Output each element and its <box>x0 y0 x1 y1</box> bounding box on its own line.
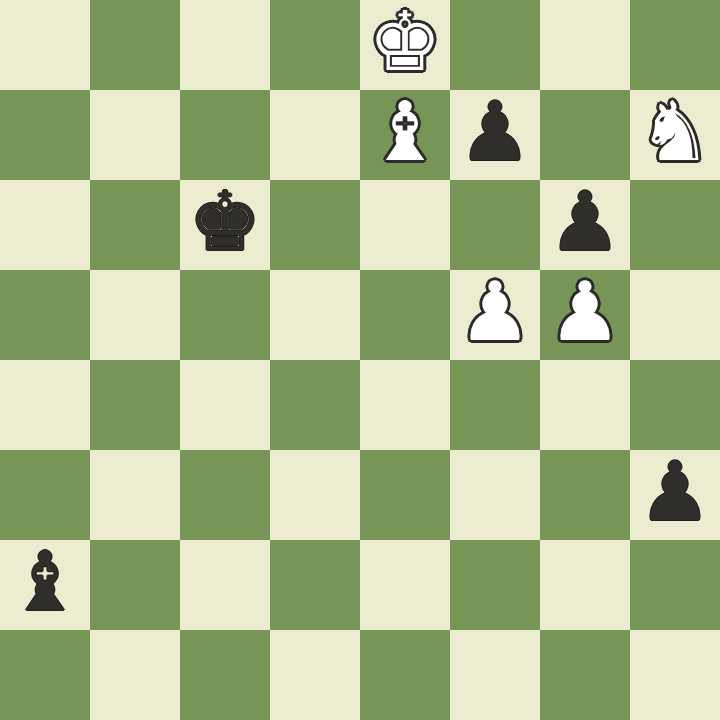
square-b1[interactable] <box>90 630 180 720</box>
square-d1[interactable] <box>270 630 360 720</box>
square-f8[interactable] <box>450 0 540 90</box>
square-f7[interactable]: ♟ <box>450 90 540 180</box>
square-c6[interactable]: ♚ <box>180 180 270 270</box>
square-g5[interactable]: ♟ <box>540 270 630 360</box>
square-h4[interactable] <box>630 360 720 450</box>
square-h3[interactable]: ♟ <box>630 450 720 540</box>
piece-black-pawn[interactable]: ♟ <box>548 181 622 263</box>
square-d5[interactable] <box>270 270 360 360</box>
square-f2[interactable] <box>450 540 540 630</box>
square-e1[interactable] <box>360 630 450 720</box>
square-d3[interactable] <box>270 450 360 540</box>
piece-white-king[interactable]: ♚ <box>368 1 442 83</box>
square-a7[interactable] <box>0 90 90 180</box>
square-d7[interactable] <box>270 90 360 180</box>
square-d6[interactable] <box>270 180 360 270</box>
square-c7[interactable] <box>180 90 270 180</box>
square-f4[interactable] <box>450 360 540 450</box>
square-b8[interactable] <box>90 0 180 90</box>
square-e4[interactable] <box>360 360 450 450</box>
piece-black-king[interactable]: ♚ <box>188 181 262 263</box>
square-h8[interactable] <box>630 0 720 90</box>
square-h1[interactable] <box>630 630 720 720</box>
piece-black-bishop[interactable]: ♝ <box>8 541 82 623</box>
piece-white-pawn[interactable]: ♟ <box>548 271 622 353</box>
square-g6[interactable]: ♟ <box>540 180 630 270</box>
chess-board: ♚♝♟♞♚♟♟♟♟♝ <box>0 0 720 720</box>
square-g8[interactable] <box>540 0 630 90</box>
square-b5[interactable] <box>90 270 180 360</box>
piece-black-pawn[interactable]: ♟ <box>638 451 712 533</box>
square-b6[interactable] <box>90 180 180 270</box>
square-h7[interactable]: ♞ <box>630 90 720 180</box>
square-h5[interactable] <box>630 270 720 360</box>
square-g3[interactable] <box>540 450 630 540</box>
square-g7[interactable] <box>540 90 630 180</box>
square-b3[interactable] <box>90 450 180 540</box>
square-f1[interactable] <box>450 630 540 720</box>
square-e7[interactable]: ♝ <box>360 90 450 180</box>
square-b4[interactable] <box>90 360 180 450</box>
square-d2[interactable] <box>270 540 360 630</box>
square-c1[interactable] <box>180 630 270 720</box>
square-e6[interactable] <box>360 180 450 270</box>
piece-black-pawn[interactable]: ♟ <box>458 91 532 173</box>
square-f6[interactable] <box>450 180 540 270</box>
square-b2[interactable] <box>90 540 180 630</box>
piece-white-bishop[interactable]: ♝ <box>368 91 442 173</box>
square-a4[interactable] <box>0 360 90 450</box>
square-g1[interactable] <box>540 630 630 720</box>
square-d4[interactable] <box>270 360 360 450</box>
square-a8[interactable] <box>0 0 90 90</box>
square-b7[interactable] <box>90 90 180 180</box>
square-f3[interactable] <box>450 450 540 540</box>
square-a6[interactable] <box>0 180 90 270</box>
square-g4[interactable] <box>540 360 630 450</box>
square-h2[interactable] <box>630 540 720 630</box>
square-g2[interactable] <box>540 540 630 630</box>
square-d8[interactable] <box>270 0 360 90</box>
piece-white-pawn[interactable]: ♟ <box>458 271 532 353</box>
square-e8[interactable]: ♚ <box>360 0 450 90</box>
piece-white-knight[interactable]: ♞ <box>638 91 712 173</box>
square-c5[interactable] <box>180 270 270 360</box>
square-e2[interactable] <box>360 540 450 630</box>
square-a3[interactable] <box>0 450 90 540</box>
square-c2[interactable] <box>180 540 270 630</box>
square-e5[interactable] <box>360 270 450 360</box>
square-c4[interactable] <box>180 360 270 450</box>
square-c3[interactable] <box>180 450 270 540</box>
square-e3[interactable] <box>360 450 450 540</box>
square-c8[interactable] <box>180 0 270 90</box>
square-f5[interactable]: ♟ <box>450 270 540 360</box>
square-h6[interactable] <box>630 180 720 270</box>
square-a2[interactable]: ♝ <box>0 540 90 630</box>
square-a5[interactable] <box>0 270 90 360</box>
square-a1[interactable] <box>0 630 90 720</box>
